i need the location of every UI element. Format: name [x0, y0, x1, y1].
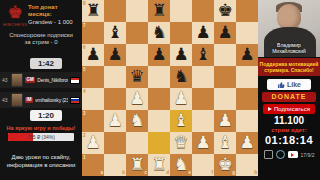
square-b7[interactable]: ♝ [104, 22, 126, 44]
square-a1[interactable]: 1a [82, 154, 104, 176]
rank-label: 1 [83, 155, 86, 160]
square-a2[interactable]: ♟2 [82, 132, 104, 154]
rank-label: 2 [83, 133, 86, 138]
square-h5[interactable] [236, 66, 258, 88]
square-e1[interactable]: ♞e [170, 154, 192, 176]
left-sidebar: ♚ HIMCHESS Топ донат месяца: Grandew - 1… [0, 0, 82, 180]
player-avatar [11, 73, 23, 87]
rank-label: 5 [83, 67, 86, 72]
piece-black-rook: ♜ [148, 0, 170, 22]
player-row-black: 43 GM Denis_Nikiforov (2376) [0, 72, 82, 88]
square-d5[interactable] [148, 66, 170, 88]
player-row-white: 43 IM vmihailovsky (2338) [0, 92, 82, 108]
square-h7[interactable] [236, 22, 258, 44]
piece-black-pawn: ♟ [148, 44, 170, 66]
square-e2[interactable]: ♛ [170, 132, 192, 154]
piece-white-bishop: ♝ [214, 132, 236, 154]
square-c3[interactable]: ♞ [126, 110, 148, 132]
subscribe-button[interactable]: Подписаться [263, 104, 315, 114]
square-f3[interactable] [192, 110, 214, 132]
square-a7[interactable]: 7 [82, 22, 104, 44]
player-score: 43 [2, 77, 9, 83]
like-button[interactable]: Like [267, 79, 311, 90]
support-banner: Поддержка мотивацией стримера. Спасибо! [258, 58, 320, 76]
square-g2[interactable]: ♝ [214, 132, 236, 154]
right-sidebar: Владимир Михайловский Поддержка мотиваци… [258, 0, 320, 180]
file-label: c [144, 170, 147, 175]
square-h1[interactable]: h [236, 154, 258, 176]
piece-white-pawn: ♟ [170, 88, 192, 110]
lessons-info-text: Даю уроки по скайпу, информация в описан… [0, 154, 82, 169]
square-g6[interactable] [214, 44, 236, 66]
streamer-name: Владимир Михайловский [258, 43, 320, 54]
file-label: e [188, 170, 191, 175]
stream-screen: ♚ HIMCHESS Топ донат месяца: Grandew - 1… [0, 0, 320, 180]
black-clock: 1:42 [30, 58, 62, 69]
player-score: 43 [2, 97, 9, 103]
square-f2[interactable]: ♟ [192, 132, 214, 154]
top-donation-value: Grandew - 1 000 [28, 18, 82, 26]
piece-white-rook: ♜ [148, 154, 170, 176]
file-label: g [232, 170, 235, 175]
square-e6[interactable]: ♟ [170, 44, 192, 66]
piece-black-bishop: ♝ [104, 22, 126, 44]
square-h8[interactable] [236, 0, 258, 22]
player-name: vmihailovsky (2338) [35, 97, 68, 103]
piece-white-pawn: ♟ [214, 110, 236, 132]
lessons-line2: информация в описании [0, 162, 82, 170]
piece-white-bishop: ♝ [170, 110, 192, 132]
goal-progress-text: 795 ₽ (34%) [8, 133, 74, 141]
square-a4[interactable]: 4 [82, 88, 104, 110]
square-b5[interactable] [104, 66, 126, 88]
square-b2[interactable] [104, 132, 126, 154]
piece-black-pawn: ♟ [170, 44, 192, 66]
circle-badge-icon [276, 150, 285, 159]
square-h2[interactable]: ♟ [236, 132, 258, 154]
play-icon [268, 107, 272, 111]
piece-white-pawn: ♟ [192, 132, 214, 154]
square-h6[interactable]: ♟ [236, 44, 258, 66]
square-g7[interactable]: ♟ [214, 22, 236, 44]
piece-black-pawn: ♟ [214, 22, 236, 44]
donation-goal-title: На яркую игру и победы! [0, 125, 82, 131]
piece-black-knight: ♞ [148, 22, 170, 44]
stream-timer: 01:18:14 [258, 134, 320, 146]
rank-label: 4 [83, 89, 86, 94]
player-flag [70, 77, 80, 84]
square-d3[interactable] [148, 110, 170, 132]
square-d8[interactable]: ♜ [148, 0, 170, 22]
top-donation-label: Топ донат месяца: [28, 4, 82, 18]
piece-black-pawn: ♟ [192, 22, 214, 44]
square-d7[interactable]: ♞ [148, 22, 170, 44]
piece-black-bishop: ♝ [192, 44, 214, 66]
square-c6[interactable] [126, 44, 148, 66]
piece-white-knight: ♞ [126, 110, 148, 132]
square-h4[interactable] [236, 88, 258, 110]
thumbs-up-icon [277, 81, 285, 89]
footer-stats-text: 17/9/2 [301, 152, 315, 158]
square-a6[interactable]: ♟6 [82, 44, 104, 66]
piece-white-queen: ♛ [170, 132, 192, 154]
piece-white-pawn: ♟ [104, 110, 126, 132]
sponsor-subscriptions-text: Спонсорские подписки за стрим - 0 [0, 32, 82, 46]
rank-label: 6 [83, 45, 86, 50]
sponsor-line2: за стрим - 0 [0, 39, 82, 46]
square-a5[interactable]: 5 [82, 66, 104, 88]
file-label: d [166, 170, 169, 175]
chess-board: ♜8♜♚7♝♞♟♟♟6♟♟♟♝♟5♛♞4♟♟3♟♞♝♟♟2♛♟♝♟1ab♜c♜d… [82, 0, 258, 176]
youtube-badge-icon [288, 151, 298, 158]
square-h3[interactable] [236, 110, 258, 132]
piece-black-rook: ♜ [82, 0, 104, 22]
square-e4[interactable]: ♟ [170, 88, 192, 110]
square-g1[interactable]: ♚g [214, 154, 236, 176]
piece-white-knight: ♞ [170, 154, 192, 176]
player-name: Denis_Nikiforov (2376) [37, 77, 68, 83]
rank-label: 8 [83, 1, 86, 6]
piece-black-king: ♚ [214, 0, 236, 22]
square-b3[interactable]: ♟ [104, 110, 126, 132]
piece-white-pawn: ♟ [126, 88, 148, 110]
white-clock: 1:20 [30, 110, 62, 121]
sponsor-line1: Спонсорские подписки [0, 32, 82, 39]
square-c8[interactable] [126, 0, 148, 22]
player-avatar [11, 93, 23, 107]
square-a3[interactable]: 3 [82, 110, 104, 132]
square-e8[interactable] [170, 0, 192, 22]
webcam-feed: Владимир Михайловский [258, 0, 320, 57]
piece-white-king: ♚ [214, 154, 236, 176]
square-g4[interactable] [214, 88, 236, 110]
square-d1[interactable]: ♜d [148, 154, 170, 176]
top-donation-block: Топ донат месяца: Grandew - 1 000 [28, 4, 82, 26]
square-b4[interactable] [104, 88, 126, 110]
donation-goal-bar: 795 ₽ (34%) [8, 133, 74, 141]
file-label: a [100, 170, 103, 175]
square-b6[interactable]: ♟ [104, 44, 126, 66]
piece-black-knight: ♞ [170, 66, 192, 88]
streamer-name-line2: Михайловский [258, 49, 320, 55]
square-f8[interactable] [192, 0, 214, 22]
square-f7[interactable]: ♟ [192, 22, 214, 44]
piece-white-rook: ♜ [126, 154, 148, 176]
piece-black-pawn: ♟ [82, 44, 104, 66]
square-d6[interactable]: ♟ [148, 44, 170, 66]
file-label: f [212, 170, 214, 175]
square-g5[interactable] [214, 66, 236, 88]
subscribe-label: Подписаться [274, 106, 310, 112]
square-a8[interactable]: ♜8 [82, 0, 104, 22]
square-e3[interactable]: ♝ [170, 110, 192, 132]
square-b8[interactable] [104, 0, 126, 22]
square-c1[interactable]: ♜c [126, 154, 148, 176]
channel-logo-text: HIMCHESS [3, 23, 27, 27]
piece-black-pawn: ♟ [236, 44, 258, 66]
donate-button[interactable]: DONATE [262, 92, 316, 102]
rank-label: 3 [83, 111, 86, 116]
piece-white-pawn: ♟ [236, 132, 258, 154]
square-e5[interactable]: ♞ [170, 66, 192, 88]
stream-live-label: стрим идет: [258, 127, 320, 133]
square-f6[interactable]: ♝ [192, 44, 214, 66]
square-g3[interactable]: ♟ [214, 110, 236, 132]
piece-white-pawn: ♟ [82, 132, 104, 154]
stream-footer-badges: 17/9/2 [258, 150, 320, 159]
support-line2: стримера. Спасибо! [258, 67, 320, 73]
file-label: h [254, 170, 257, 175]
rank-label: 7 [83, 23, 86, 28]
player-title-badge: IM [25, 97, 33, 103]
lessons-line1: Даю уроки по скайпу, [0, 154, 82, 162]
square-g8[interactable]: ♚ [214, 0, 236, 22]
square-c7[interactable] [126, 22, 148, 44]
square-f5[interactable] [192, 66, 214, 88]
player-flag [70, 97, 80, 104]
square-badge-icon [264, 150, 273, 159]
channel-logo: ♚ HIMCHESS [3, 1, 27, 35]
square-f4[interactable] [192, 88, 214, 110]
like-label: Like [287, 81, 301, 88]
square-c4[interactable]: ♟ [126, 88, 148, 110]
file-label: b [122, 170, 125, 175]
subscriber-count: 11.100 [258, 115, 320, 126]
square-c2[interactable] [126, 132, 148, 154]
square-f1[interactable]: f [192, 154, 214, 176]
piece-black-pawn: ♟ [104, 44, 126, 66]
square-d2[interactable] [148, 132, 170, 154]
square-d4[interactable] [148, 88, 170, 110]
chess-king-logo-icon: ♚ [3, 1, 27, 23]
square-b1[interactable]: b [104, 154, 126, 176]
piece-black-queen: ♛ [126, 66, 148, 88]
square-e7[interactable] [170, 22, 192, 44]
square-c5[interactable]: ♛ [126, 66, 148, 88]
player-title-badge: GM [25, 77, 35, 83]
